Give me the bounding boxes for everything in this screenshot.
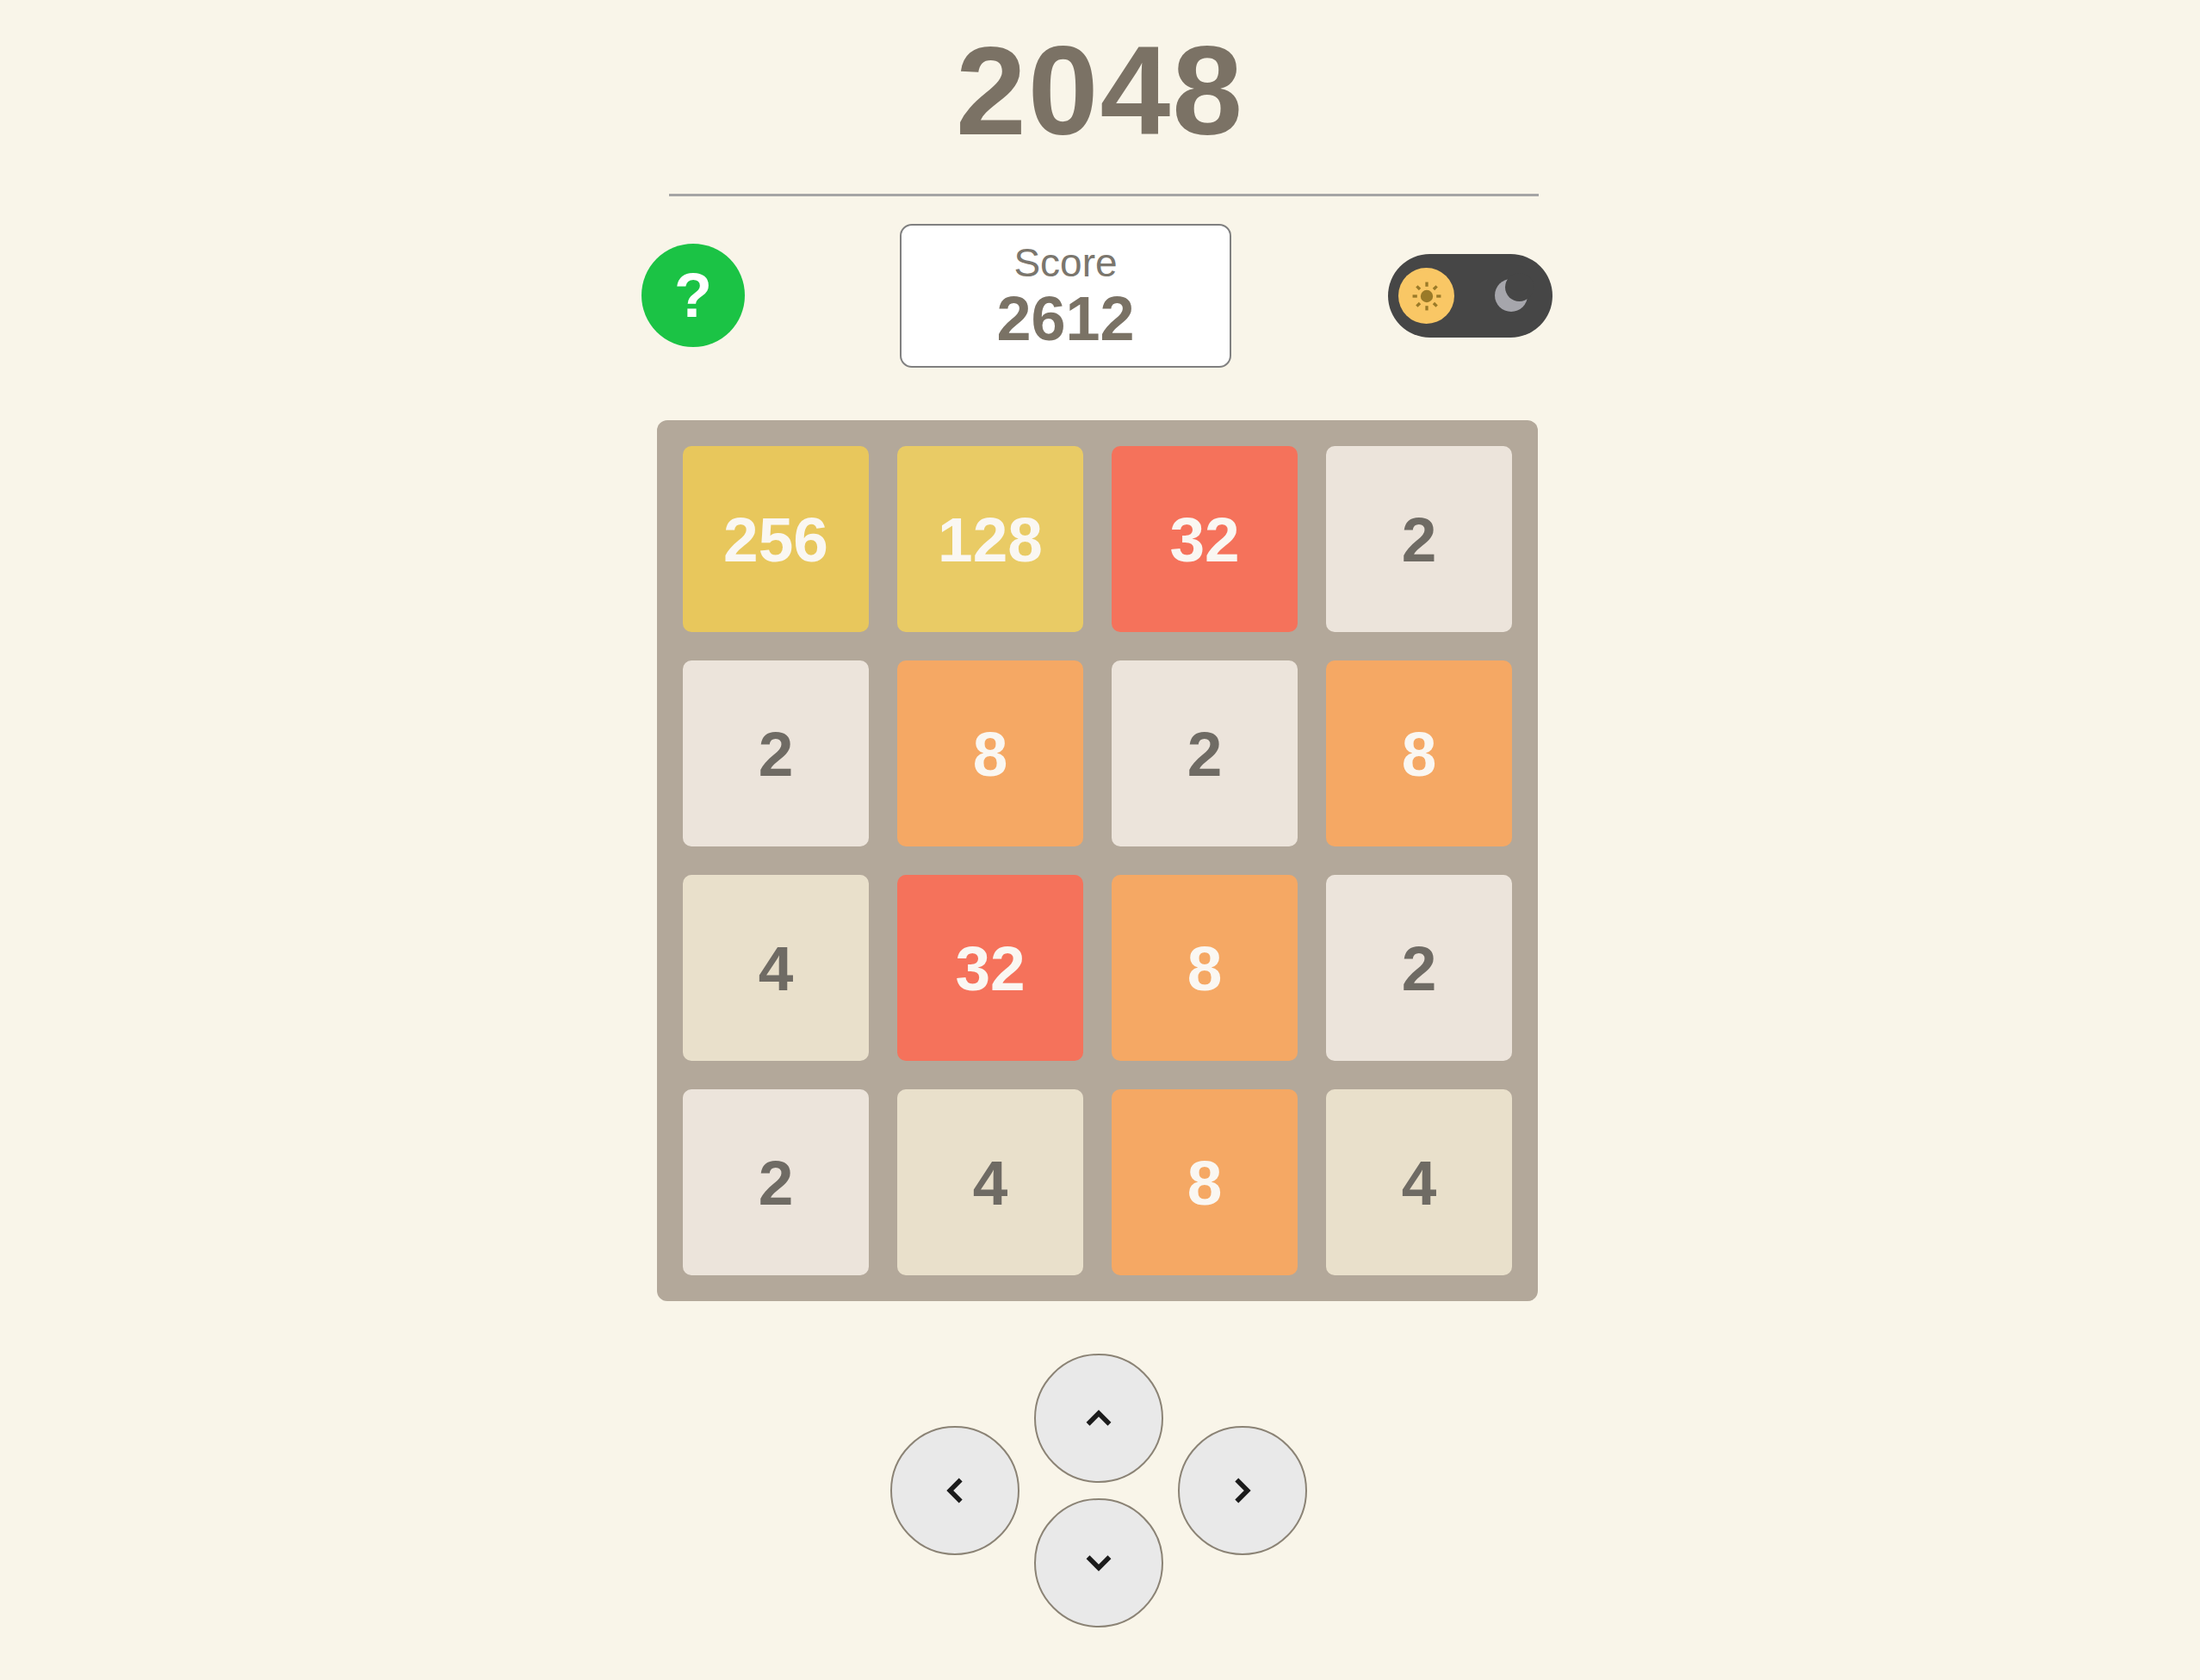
- sun-icon: [1398, 268, 1454, 324]
- divider: [669, 194, 1539, 196]
- score-label: Score: [1013, 243, 1117, 282]
- tile: 256: [683, 446, 869, 632]
- move-right-button[interactable]: [1178, 1426, 1307, 1555]
- tile: 2: [1326, 875, 1512, 1061]
- score-value: 2612: [996, 288, 1134, 350]
- chevron-left-icon: [935, 1471, 975, 1510]
- tile: 32: [897, 875, 1083, 1061]
- move-down-button[interactable]: [1034, 1498, 1163, 1627]
- tile: 2: [683, 1089, 869, 1275]
- help-button[interactable]: ?: [641, 244, 745, 347]
- tile: 4: [683, 875, 869, 1061]
- chevron-right-icon: [1223, 1471, 1262, 1510]
- game-board: 2561283222828432822484: [657, 420, 1538, 1301]
- tile: 128: [897, 446, 1083, 632]
- tile: 8: [897, 660, 1083, 846]
- tile: 2: [1326, 446, 1512, 632]
- moon-icon: [1495, 279, 1528, 312]
- help-question-icon: ?: [674, 260, 712, 331]
- tile: 2: [1112, 660, 1298, 846]
- theme-toggle[interactable]: [1388, 254, 1552, 338]
- page: 2048 ? Score 2612: [0, 0, 2200, 1680]
- tile: 4: [897, 1089, 1083, 1275]
- chevron-up-icon: [1079, 1398, 1119, 1438]
- tile: 32: [1112, 446, 1298, 632]
- score-box: Score 2612: [900, 224, 1231, 368]
- page-title: 2048: [0, 28, 2200, 154]
- chevron-down-icon: [1079, 1543, 1119, 1583]
- tile: 4: [1326, 1089, 1512, 1275]
- tile: 8: [1112, 875, 1298, 1061]
- tile: 2: [683, 660, 869, 846]
- tile: 8: [1326, 660, 1512, 846]
- move-left-button[interactable]: [890, 1426, 1019, 1555]
- tile: 8: [1112, 1089, 1298, 1275]
- move-up-button[interactable]: [1034, 1354, 1163, 1483]
